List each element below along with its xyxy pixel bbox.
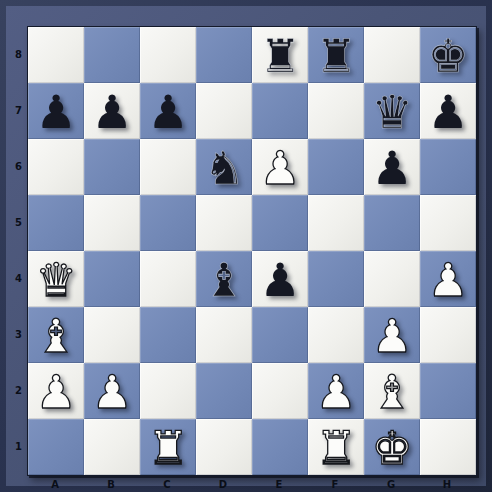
square-g7[interactable]: ♛ [364, 83, 420, 139]
file-label-a: A [27, 476, 83, 492]
square-a4[interactable]: ♛ [28, 251, 84, 307]
square-g8[interactable] [364, 27, 420, 83]
square-h3[interactable] [420, 307, 476, 363]
black-pawn-piece[interactable]: ♟ [371, 140, 412, 196]
square-g2[interactable]: ♝ [364, 363, 420, 419]
square-c2[interactable] [140, 363, 196, 419]
rank-label-1: 1 [11, 418, 26, 474]
file-label-g: G [363, 476, 419, 492]
square-d8[interactable] [196, 27, 252, 83]
white-king-piece[interactable]: ♚ [371, 420, 412, 476]
chessboard-window: 87654321 ♜♜♚♟♟♟♛♟♞♟♟♛♝♟♟♝♟♟♟♟♝♜♜♚ ABCDEF… [0, 0, 492, 492]
black-rook-piece[interactable]: ♜ [315, 28, 356, 84]
square-h4[interactable]: ♟ [420, 251, 476, 307]
white-pawn-piece[interactable]: ♟ [91, 364, 132, 420]
white-rook-piece[interactable]: ♜ [315, 420, 356, 476]
square-c4[interactable] [140, 251, 196, 307]
rank-label-2: 2 [11, 362, 26, 418]
square-c5[interactable] [140, 195, 196, 251]
file-labels: ABCDEFGH [27, 476, 475, 492]
white-rook-piece[interactable]: ♜ [147, 420, 188, 476]
black-pawn-piece[interactable]: ♟ [147, 84, 188, 140]
square-h7[interactable]: ♟ [420, 83, 476, 139]
square-e5[interactable] [252, 195, 308, 251]
file-label-h: H [419, 476, 475, 492]
square-d5[interactable] [196, 195, 252, 251]
square-a2[interactable]: ♟ [28, 363, 84, 419]
square-b3[interactable] [84, 307, 140, 363]
square-a8[interactable] [28, 27, 84, 83]
square-h6[interactable] [420, 139, 476, 195]
white-pawn-piece[interactable]: ♟ [315, 364, 356, 420]
board-frame: 87654321 ♜♜♚♟♟♟♛♟♞♟♟♛♝♟♟♝♟♟♟♟♝♜♜♚ ABCDEF… [6, 6, 486, 486]
square-e1[interactable] [252, 419, 308, 475]
file-label-d: D [195, 476, 251, 492]
black-rook-piece[interactable]: ♜ [259, 28, 300, 84]
square-d4[interactable]: ♝ [196, 251, 252, 307]
square-f4[interactable] [308, 251, 364, 307]
rank-label-3: 3 [11, 306, 26, 362]
square-b1[interactable] [84, 419, 140, 475]
square-h2[interactable] [420, 363, 476, 419]
square-a7[interactable]: ♟ [28, 83, 84, 139]
file-label-c: C [139, 476, 195, 492]
file-label-b: B [83, 476, 139, 492]
file-label-e: E [251, 476, 307, 492]
square-c6[interactable] [140, 139, 196, 195]
white-queen-piece[interactable]: ♛ [35, 252, 76, 308]
white-pawn-piece[interactable]: ♟ [35, 364, 76, 420]
square-b4[interactable] [84, 251, 140, 307]
white-pawn-piece[interactable]: ♟ [259, 140, 300, 196]
square-g3[interactable]: ♟ [364, 307, 420, 363]
square-b6[interactable] [84, 139, 140, 195]
square-f5[interactable] [308, 195, 364, 251]
white-pawn-piece[interactable]: ♟ [371, 308, 412, 364]
black-pawn-piece[interactable]: ♟ [427, 84, 468, 140]
square-e3[interactable] [252, 307, 308, 363]
black-pawn-piece[interactable]: ♟ [91, 84, 132, 140]
square-e8[interactable]: ♜ [252, 27, 308, 83]
square-b5[interactable] [84, 195, 140, 251]
white-bishop-piece[interactable]: ♝ [371, 364, 412, 420]
square-e6[interactable]: ♟ [252, 139, 308, 195]
square-d6[interactable]: ♞ [196, 139, 252, 195]
black-queen-piece[interactable]: ♛ [371, 84, 412, 140]
square-b2[interactable]: ♟ [84, 363, 140, 419]
square-d1[interactable] [196, 419, 252, 475]
rank-labels: 87654321 [11, 26, 26, 474]
square-g5[interactable] [364, 195, 420, 251]
square-f1[interactable]: ♜ [308, 419, 364, 475]
file-label-f: F [307, 476, 363, 492]
square-c3[interactable] [140, 307, 196, 363]
board[interactable]: ♜♜♚♟♟♟♛♟♞♟♟♛♝♟♟♝♟♟♟♟♝♜♜♚ [27, 26, 477, 476]
rank-label-6: 6 [11, 138, 26, 194]
square-f6[interactable] [308, 139, 364, 195]
square-e2[interactable] [252, 363, 308, 419]
white-pawn-piece[interactable]: ♟ [427, 252, 468, 308]
square-f8[interactable]: ♜ [308, 27, 364, 83]
square-a6[interactable] [28, 139, 84, 195]
black-knight-piece[interactable]: ♞ [203, 140, 244, 196]
square-d2[interactable] [196, 363, 252, 419]
square-h1[interactable] [420, 419, 476, 475]
square-f3[interactable] [308, 307, 364, 363]
square-g4[interactable] [364, 251, 420, 307]
square-a5[interactable] [28, 195, 84, 251]
black-king-piece[interactable]: ♚ [427, 28, 468, 84]
square-c1[interactable]: ♜ [140, 419, 196, 475]
rank-label-7: 7 [11, 82, 26, 138]
square-a3[interactable]: ♝ [28, 307, 84, 363]
white-bishop-piece[interactable]: ♝ [35, 308, 76, 364]
black-pawn-piece[interactable]: ♟ [259, 252, 300, 308]
square-e4[interactable]: ♟ [252, 251, 308, 307]
rank-label-8: 8 [11, 26, 26, 82]
black-bishop-piece[interactable]: ♝ [203, 252, 244, 308]
square-d3[interactable] [196, 307, 252, 363]
square-g1[interactable]: ♚ [364, 419, 420, 475]
square-a1[interactable] [28, 419, 84, 475]
square-h8[interactable]: ♚ [420, 27, 476, 83]
square-f2[interactable]: ♟ [308, 363, 364, 419]
square-c8[interactable] [140, 27, 196, 83]
square-g6[interactable]: ♟ [364, 139, 420, 195]
square-e7[interactable] [252, 83, 308, 139]
square-c7[interactable]: ♟ [140, 83, 196, 139]
square-h5[interactable] [420, 195, 476, 251]
square-f7[interactable] [308, 83, 364, 139]
rank-label-5: 5 [11, 194, 26, 250]
black-pawn-piece[interactable]: ♟ [35, 84, 76, 140]
rank-label-4: 4 [11, 250, 26, 306]
square-b7[interactable]: ♟ [84, 83, 140, 139]
square-b8[interactable] [84, 27, 140, 83]
square-d7[interactable] [196, 83, 252, 139]
